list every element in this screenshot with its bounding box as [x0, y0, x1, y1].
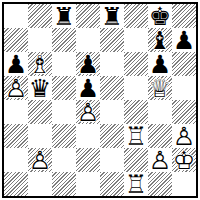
square-f4[interactable]	[124, 100, 148, 124]
square-h6[interactable]	[172, 52, 196, 76]
square-a8[interactable]	[4, 4, 28, 28]
black-queen-glyph: ♛	[28, 76, 52, 100]
square-h1[interactable]	[172, 172, 196, 196]
square-b5[interactable]: ♛♛	[28, 76, 52, 100]
square-e4[interactable]	[100, 100, 124, 124]
piece-black-pawn: ♟♟	[172, 28, 196, 52]
piece-white-pawn: ♟♙	[4, 76, 28, 100]
piece-black-queen: ♛♛	[28, 76, 52, 100]
square-a4[interactable]	[4, 100, 28, 124]
white-pawn-glyph: ♙	[4, 76, 28, 100]
square-b1[interactable]	[28, 172, 52, 196]
piece-black-king: ♚♚	[148, 4, 172, 28]
square-h5[interactable]	[172, 76, 196, 100]
black-pawn-glyph: ♟	[148, 52, 172, 76]
square-a5[interactable]: ♟♙	[4, 76, 28, 100]
white-pawn-glyph: ♙	[172, 124, 196, 148]
black-pawn-glyph: ♟	[76, 52, 100, 76]
square-f3[interactable]: ♜♖	[124, 124, 148, 148]
piece-white-rook: ♜♖	[124, 124, 148, 148]
square-c1[interactable]	[52, 172, 76, 196]
square-b6[interactable]: ♝♗	[28, 52, 52, 76]
white-pawn-glyph: ♙	[148, 148, 172, 172]
white-king-glyph: ♔	[172, 148, 196, 172]
square-e7[interactable]	[100, 28, 124, 52]
square-c3[interactable]	[52, 124, 76, 148]
square-b4[interactable]	[28, 100, 52, 124]
square-f2[interactable]	[124, 148, 148, 172]
piece-white-pawn: ♟♙	[172, 124, 196, 148]
square-b2[interactable]: ♟♙	[28, 148, 52, 172]
square-h3[interactable]: ♟♙	[172, 124, 196, 148]
square-g6[interactable]: ♟♟	[148, 52, 172, 76]
white-pawn-glyph: ♙	[28, 148, 52, 172]
black-bishop-glyph: ♝	[148, 28, 172, 52]
square-e8[interactable]: ♜♜	[100, 4, 124, 28]
square-e6[interactable]	[100, 52, 124, 76]
square-h4[interactable]	[172, 100, 196, 124]
square-d7[interactable]	[76, 28, 100, 52]
square-g2[interactable]: ♟♙	[148, 148, 172, 172]
piece-black-pawn: ♟♟	[76, 76, 100, 100]
square-a7[interactable]	[4, 28, 28, 52]
square-c7[interactable]	[52, 28, 76, 52]
piece-black-pawn: ♟♟	[4, 52, 28, 76]
piece-white-pawn: ♟♙	[76, 100, 100, 124]
square-h8[interactable]	[172, 4, 196, 28]
square-d1[interactable]	[76, 172, 100, 196]
square-g4[interactable]	[148, 100, 172, 124]
square-f6[interactable]	[124, 52, 148, 76]
square-d6[interactable]: ♟♟	[76, 52, 100, 76]
square-g5[interactable]: ♛♕	[148, 76, 172, 100]
square-c6[interactable]	[52, 52, 76, 76]
square-g3[interactable]	[148, 124, 172, 148]
square-c4[interactable]	[52, 100, 76, 124]
white-bishop-glyph: ♗	[28, 52, 52, 76]
piece-black-pawn: ♟♟	[148, 52, 172, 76]
square-d4[interactable]: ♟♙	[76, 100, 100, 124]
white-rook-glyph: ♖	[124, 172, 148, 196]
black-king-glyph: ♚	[148, 4, 172, 28]
square-d3[interactable]	[76, 124, 100, 148]
black-rook-glyph: ♜	[52, 4, 76, 28]
square-b3[interactable]	[28, 124, 52, 148]
square-c8[interactable]: ♜♜	[52, 4, 76, 28]
square-e2[interactable]	[100, 148, 124, 172]
black-pawn-glyph: ♟	[172, 28, 196, 52]
square-f8[interactable]	[124, 4, 148, 28]
square-a6[interactable]: ♟♟	[4, 52, 28, 76]
square-e5[interactable]	[100, 76, 124, 100]
square-b8[interactable]	[28, 4, 52, 28]
square-g7[interactable]: ♝♝	[148, 28, 172, 52]
square-e1[interactable]	[100, 172, 124, 196]
square-g1[interactable]	[148, 172, 172, 196]
piece-white-rook: ♜♖	[124, 172, 148, 196]
piece-black-rook: ♜♜	[100, 4, 124, 28]
square-c5[interactable]	[52, 76, 76, 100]
square-f1[interactable]: ♜♖	[124, 172, 148, 196]
black-pawn-glyph: ♟	[76, 76, 100, 100]
square-f7[interactable]	[124, 28, 148, 52]
square-h7[interactable]: ♟♟	[172, 28, 196, 52]
square-h2[interactable]: ♚♔	[172, 148, 196, 172]
square-g8[interactable]: ♚♚	[148, 4, 172, 28]
white-rook-glyph: ♖	[124, 124, 148, 148]
black-pawn-glyph: ♟	[4, 52, 28, 76]
square-a2[interactable]	[4, 148, 28, 172]
square-d8[interactable]	[76, 4, 100, 28]
black-rook-glyph: ♜	[100, 4, 124, 28]
square-f5[interactable]	[124, 76, 148, 100]
piece-black-rook: ♜♜	[52, 4, 76, 28]
piece-white-pawn: ♟♙	[28, 148, 52, 172]
piece-white-queen: ♛♕	[148, 76, 172, 100]
white-pawn-glyph: ♙	[76, 100, 100, 124]
white-queen-glyph: ♕	[148, 76, 172, 100]
square-b7[interactable]	[28, 28, 52, 52]
square-c2[interactable]	[52, 148, 76, 172]
piece-white-king: ♚♔	[172, 148, 196, 172]
piece-white-pawn: ♟♙	[148, 148, 172, 172]
square-a1[interactable]	[4, 172, 28, 196]
square-e3[interactable]	[100, 124, 124, 148]
square-d2[interactable]	[76, 148, 100, 172]
piece-white-bishop: ♝♗	[28, 52, 52, 76]
square-a3[interactable]	[4, 124, 28, 148]
chess-board: ♜♜♜♜♚♚♝♝♟♟♟♟♝♗♟♟♟♟♟♙♛♛♟♟♛♕♟♙♜♖♟♙♟♙♟♙♚♔♜♖	[4, 4, 196, 196]
piece-black-pawn: ♟♟	[76, 52, 100, 76]
piece-black-bishop: ♝♝	[148, 28, 172, 52]
chess-board-frame: ♜♜♜♜♚♚♝♝♟♟♟♟♝♗♟♟♟♟♟♙♛♛♟♟♛♕♟♙♜♖♟♙♟♙♟♙♚♔♜♖	[2, 2, 198, 198]
square-d5[interactable]: ♟♟	[76, 76, 100, 100]
